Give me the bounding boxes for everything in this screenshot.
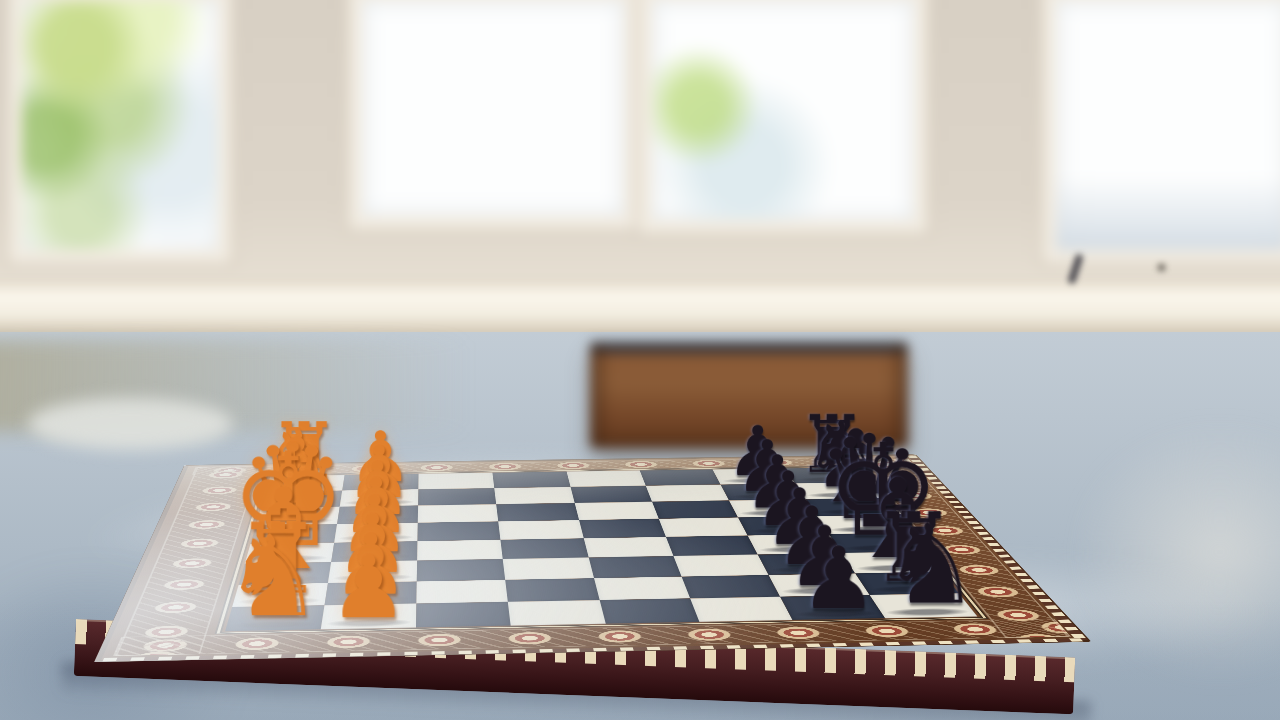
square	[501, 538, 589, 559]
square: ♞	[225, 605, 324, 631]
square	[495, 487, 575, 504]
piece-black-pawn: ♟	[772, 447, 905, 619]
square	[599, 598, 699, 623]
square	[506, 578, 600, 602]
square	[594, 577, 690, 601]
checkerboard: ♜♟♟♜♞♟♟♞♝♟♟♝♛♟♟♛♚♟♟♚♝♟♟♝♜♟♟♜♞♟♟♞	[225, 467, 977, 631]
piece-orange-knight: ♞	[205, 455, 341, 629]
square	[570, 486, 652, 503]
square	[583, 537, 673, 558]
square: ♟	[780, 595, 885, 620]
square	[579, 519, 666, 538]
square	[566, 470, 645, 486]
photo-scene: ♜♟♟♜♞♟♟♞♝♟♟♝♛♟♟♛♚♟♟♚♝♟♟♝♜♟♟♜♞♟♟♞	[0, 0, 1280, 720]
square	[499, 520, 584, 540]
square	[493, 472, 570, 488]
chess-board: ♜♟♟♜♞♟♟♞♝♟♟♝♛♟♟♛♚♟♟♚♝♟♟♝♜♟♟♜♞♟♟♞	[94, 454, 1092, 662]
square	[496, 503, 578, 521]
square	[574, 502, 658, 520]
square	[508, 600, 605, 625]
